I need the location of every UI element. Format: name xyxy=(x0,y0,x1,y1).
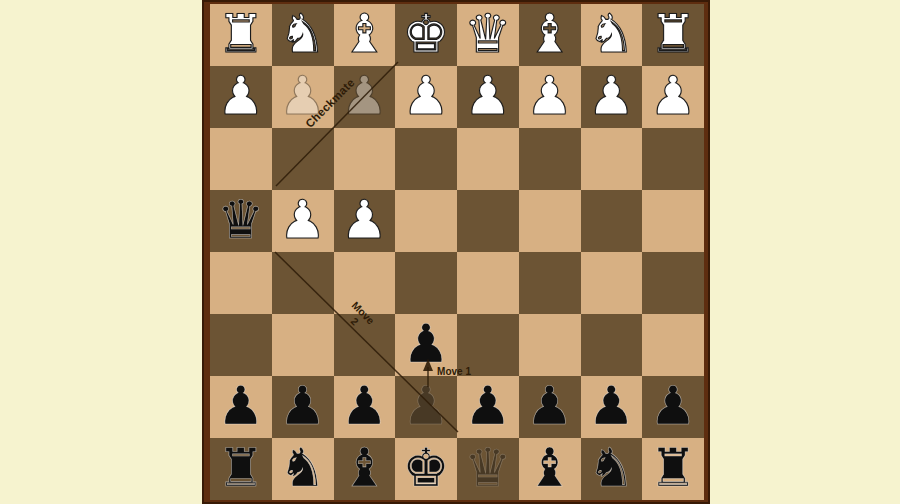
square-a7[interactable]: ♟ xyxy=(642,376,704,438)
square-g1[interactable]: ♞ xyxy=(272,4,334,66)
square-a2[interactable]: ♟ xyxy=(642,66,704,128)
square-g5[interactable] xyxy=(272,252,334,314)
square-e7[interactable]: ♟ xyxy=(395,376,457,438)
square-f4[interactable]: ♟ xyxy=(334,190,396,252)
board-squares: ♜♞♝♚♛♝♞♜♟♟♟♟♟♟♟♟♛♟♟♟♟♟♟♟♟♟♟♟♜♞♝♚♛♝♞♜ xyxy=(210,4,704,500)
white-rook-piece: ♜ xyxy=(217,7,265,60)
black-pawn-piece: ♟ xyxy=(526,379,574,432)
white-pawn-piece: ♟ xyxy=(464,69,512,122)
square-h5[interactable] xyxy=(210,252,272,314)
square-b2[interactable]: ♟ xyxy=(581,66,643,128)
white-bishop-piece: ♝ xyxy=(526,7,574,60)
square-f3[interactable] xyxy=(334,128,396,190)
square-f7[interactable]: ♟ xyxy=(334,376,396,438)
square-b6[interactable] xyxy=(581,314,643,376)
square-e3[interactable] xyxy=(395,128,457,190)
square-a6[interactable] xyxy=(642,314,704,376)
white-pawn-piece: ♟ xyxy=(341,193,389,246)
square-d3[interactable] xyxy=(457,128,519,190)
white-pawn-piece-ghost: ♟ xyxy=(279,69,327,122)
square-g6[interactable] xyxy=(272,314,334,376)
square-h2[interactable]: ♟ xyxy=(210,66,272,128)
square-f6[interactable] xyxy=(334,314,396,376)
black-queen-piece: ♛ xyxy=(217,193,265,246)
square-d1[interactable]: ♛ xyxy=(457,4,519,66)
square-b7[interactable]: ♟ xyxy=(581,376,643,438)
square-c8[interactable]: ♝ xyxy=(519,438,581,500)
square-f8[interactable]: ♝ xyxy=(334,438,396,500)
black-pawn-piece: ♟ xyxy=(217,379,265,432)
black-king-piece: ♚ xyxy=(402,441,450,494)
white-pawn-piece: ♟ xyxy=(279,193,327,246)
square-h4[interactable]: ♛ xyxy=(210,190,272,252)
square-e8[interactable]: ♚ xyxy=(395,438,457,500)
square-e4[interactable] xyxy=(395,190,457,252)
square-d6[interactable] xyxy=(457,314,519,376)
square-a3[interactable] xyxy=(642,128,704,190)
black-pawn-piece: ♟ xyxy=(649,379,697,432)
black-queen-piece-ghost: ♛ xyxy=(464,441,512,494)
white-pawn-piece: ♟ xyxy=(402,69,450,122)
square-f5[interactable] xyxy=(334,252,396,314)
white-king-piece: ♚ xyxy=(402,7,450,60)
black-bishop-piece: ♝ xyxy=(526,441,574,494)
square-h8[interactable]: ♜ xyxy=(210,438,272,500)
square-c6[interactable] xyxy=(519,314,581,376)
white-knight-piece: ♞ xyxy=(279,7,327,60)
white-pawn-piece: ♟ xyxy=(526,69,574,122)
square-h6[interactable] xyxy=(210,314,272,376)
square-a5[interactable] xyxy=(642,252,704,314)
square-g4[interactable]: ♟ xyxy=(272,190,334,252)
square-a8[interactable]: ♜ xyxy=(642,438,704,500)
square-b1[interactable]: ♞ xyxy=(581,4,643,66)
square-g8[interactable]: ♞ xyxy=(272,438,334,500)
square-c1[interactable]: ♝ xyxy=(519,4,581,66)
white-queen-piece: ♛ xyxy=(464,7,512,60)
black-pawn-piece: ♟ xyxy=(341,379,389,432)
black-rook-piece: ♜ xyxy=(649,441,697,494)
chess-board: ♜♞♝♚♛♝♞♜♟♟♟♟♟♟♟♟♛♟♟♟♟♟♟♟♟♟♟♟♜♞♝♚♛♝♞♜ Che… xyxy=(202,0,710,504)
square-b4[interactable] xyxy=(581,190,643,252)
square-d2[interactable]: ♟ xyxy=(457,66,519,128)
black-pawn-piece-ghost: ♟ xyxy=(402,379,450,432)
square-g7[interactable]: ♟ xyxy=(272,376,334,438)
square-c2[interactable]: ♟ xyxy=(519,66,581,128)
white-pawn-piece: ♟ xyxy=(217,69,265,122)
white-pawn-piece: ♟ xyxy=(649,69,697,122)
square-a1[interactable]: ♜ xyxy=(642,4,704,66)
square-d4[interactable] xyxy=(457,190,519,252)
square-b8[interactable]: ♞ xyxy=(581,438,643,500)
square-b3[interactable] xyxy=(581,128,643,190)
square-b5[interactable] xyxy=(581,252,643,314)
square-h7[interactable]: ♟ xyxy=(210,376,272,438)
square-d8[interactable]: ♛ xyxy=(457,438,519,500)
white-knight-piece: ♞ xyxy=(588,7,636,60)
square-c5[interactable] xyxy=(519,252,581,314)
square-e1[interactable]: ♚ xyxy=(395,4,457,66)
square-e2[interactable]: ♟ xyxy=(395,66,457,128)
white-pawn-piece: ♟ xyxy=(588,69,636,122)
black-pawn-piece: ♟ xyxy=(588,379,636,432)
square-c3[interactable] xyxy=(519,128,581,190)
white-bishop-piece: ♝ xyxy=(341,7,389,60)
black-rook-piece: ♜ xyxy=(217,441,265,494)
square-d7[interactable]: ♟ xyxy=(457,376,519,438)
black-pawn-piece: ♟ xyxy=(464,379,512,432)
square-f2[interactable]: ♟ xyxy=(334,66,396,128)
square-g3[interactable] xyxy=(272,128,334,190)
white-pawn-piece-ghost: ♟ xyxy=(341,69,389,122)
black-knight-piece: ♞ xyxy=(588,441,636,494)
square-h3[interactable] xyxy=(210,128,272,190)
square-c4[interactable] xyxy=(519,190,581,252)
black-pawn-piece: ♟ xyxy=(402,317,450,370)
square-e5[interactable] xyxy=(395,252,457,314)
square-a4[interactable] xyxy=(642,190,704,252)
square-g2[interactable]: ♟ xyxy=(272,66,334,128)
black-bishop-piece: ♝ xyxy=(341,441,389,494)
black-knight-piece: ♞ xyxy=(279,441,327,494)
square-h1[interactable]: ♜ xyxy=(210,4,272,66)
black-pawn-piece: ♟ xyxy=(279,379,327,432)
white-rook-piece: ♜ xyxy=(649,7,697,60)
square-e6[interactable]: ♟ xyxy=(395,314,457,376)
square-d5[interactable] xyxy=(457,252,519,314)
square-c7[interactable]: ♟ xyxy=(519,376,581,438)
square-f1[interactable]: ♝ xyxy=(334,4,396,66)
